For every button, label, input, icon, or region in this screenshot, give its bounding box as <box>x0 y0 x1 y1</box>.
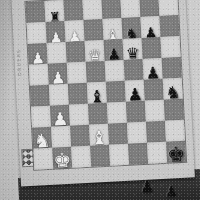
square-c5[interactable] <box>67 62 87 84</box>
square-d1[interactable] <box>90 145 110 167</box>
square-b5[interactable]: ♟ <box>48 63 68 85</box>
square-g1[interactable] <box>147 142 167 164</box>
square-e4[interactable] <box>106 81 126 103</box>
square-d5[interactable] <box>86 61 106 83</box>
black-king: ♚ <box>166 144 186 165</box>
square-g3[interactable] <box>145 100 165 122</box>
square-c8[interactable] <box>63 0 83 21</box>
square-d4[interactable]: ♝ <box>87 82 107 104</box>
chess-board: DRUEKE ♜♟♟♝♞♟♟♛♟♛♟♟♝♟♞♟♞♝♚♚ <box>11 0 195 186</box>
square-e5[interactable] <box>105 60 125 82</box>
square-a5[interactable] <box>29 64 49 86</box>
square-a4[interactable] <box>30 85 50 107</box>
square-e2[interactable] <box>108 123 128 145</box>
square-b3[interactable]: ♟ <box>50 105 70 127</box>
square-h5[interactable] <box>162 57 182 79</box>
square-a7[interactable] <box>27 22 47 44</box>
square-b4[interactable] <box>49 84 69 106</box>
square-d6[interactable]: ♛ <box>85 40 105 62</box>
square-e8[interactable] <box>101 0 121 19</box>
square-d7[interactable] <box>84 19 104 41</box>
square-h2[interactable] <box>165 120 185 142</box>
square-b8[interactable]: ♜ <box>44 0 64 22</box>
square-c1[interactable] <box>71 146 91 168</box>
square-g2[interactable] <box>146 121 166 143</box>
square-d3[interactable] <box>88 103 108 125</box>
square-g6[interactable] <box>142 37 162 59</box>
square-f3[interactable] <box>126 101 146 123</box>
square-a8[interactable] <box>25 1 45 23</box>
square-c3[interactable] <box>69 104 89 126</box>
square-g5[interactable]: ♟ <box>143 58 163 80</box>
square-c7[interactable]: ♟ <box>65 20 85 42</box>
square-h4[interactable]: ♞ <box>163 78 183 100</box>
board-squares: ♜♟♟♝♞♟♟♛♟♛♟♟♝♟♞♟♞♝♚♚ <box>25 0 186 170</box>
square-g4[interactable] <box>144 79 164 101</box>
square-h6[interactable] <box>161 36 181 58</box>
square-f4[interactable]: ♟ <box>125 80 145 102</box>
square-a3[interactable] <box>31 106 51 128</box>
square-f1[interactable] <box>128 143 148 165</box>
square-a1[interactable] <box>33 148 53 170</box>
square-c6[interactable] <box>66 41 86 63</box>
square-f7[interactable]: ♞ <box>121 17 141 39</box>
square-h1[interactable]: ♚ <box>166 141 186 163</box>
square-c4[interactable] <box>68 83 88 105</box>
square-b7[interactable]: ♟ <box>46 21 66 43</box>
square-e7[interactable]: ♝ <box>102 18 122 40</box>
square-e6[interactable]: ♟ <box>104 39 124 61</box>
square-f2[interactable] <box>127 122 147 144</box>
board-edge-text: DRUEKE <box>16 48 28 76</box>
square-a6[interactable]: ♟ <box>28 43 48 65</box>
square-a2[interactable]: ♞ <box>32 127 52 149</box>
square-h7[interactable] <box>159 15 179 37</box>
white-king: ♚ <box>52 150 72 171</box>
square-f5[interactable] <box>124 59 144 81</box>
square-f6[interactable]: ♛ <box>123 38 143 60</box>
square-b1[interactable]: ♚ <box>52 147 72 169</box>
square-d8[interactable] <box>82 0 102 20</box>
square-g8[interactable] <box>139 0 159 17</box>
square-g7[interactable]: ♟ <box>140 16 160 38</box>
square-d2[interactable]: ♝ <box>89 124 109 146</box>
photo-root: DRUEKE ♜♟♟♝♞♟♟♛♟♛♟♟♝♟♞♟♞♝♚♚ ♟♟ <box>0 0 200 200</box>
square-e1[interactable] <box>109 144 129 166</box>
square-c2[interactable] <box>70 125 90 147</box>
square-f8[interactable] <box>120 0 140 18</box>
square-h8[interactable] <box>158 0 178 16</box>
square-b6[interactable] <box>47 42 67 64</box>
square-b2[interactable] <box>51 126 71 148</box>
square-e3[interactable] <box>107 102 127 124</box>
square-h3[interactable] <box>164 99 184 121</box>
